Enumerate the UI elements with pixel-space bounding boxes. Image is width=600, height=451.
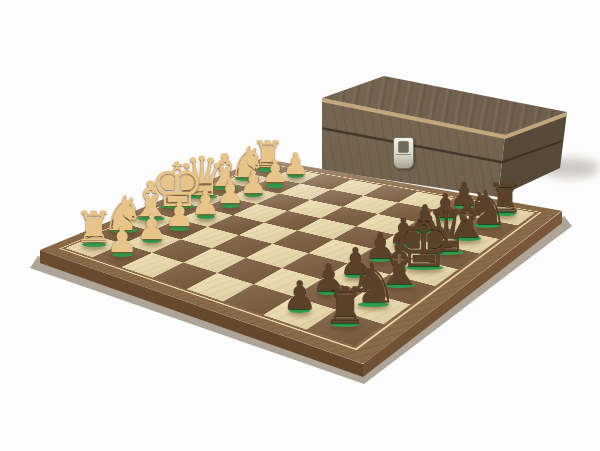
piece-black-pawn-h7[interactable]: ♟ bbox=[280, 276, 320, 316]
rook-glyph: ♜ bbox=[320, 281, 370, 331]
pawn-glyph: ♟ bbox=[280, 276, 320, 316]
box-clasp-icon bbox=[393, 137, 414, 169]
piece-black-rook-h8[interactable]: ♜ bbox=[320, 281, 370, 331]
chess-set-photo: ♜♞♝♛♚♝♞♜♟♟♟♟♟♟♟♟♟♟♟♟♟♟♟♟♜♞♝♛♚♝♞♜ bbox=[0, 0, 600, 451]
piece-white-pawn-h2[interactable]: ♟ bbox=[104, 222, 140, 258]
pawn-glyph: ♟ bbox=[104, 222, 140, 258]
